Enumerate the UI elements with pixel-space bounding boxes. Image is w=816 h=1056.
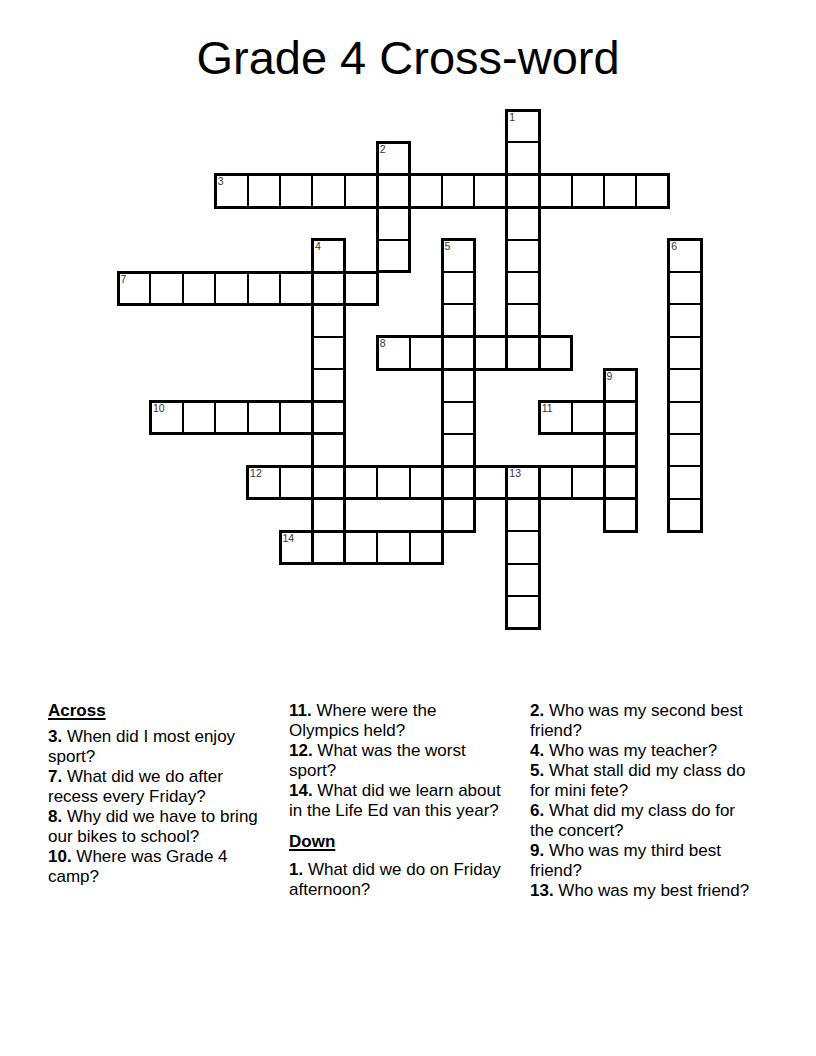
grid-cell[interactable] bbox=[280, 175, 312, 207]
grid-cell[interactable] bbox=[377, 240, 409, 272]
grid-cell[interactable] bbox=[507, 240, 539, 272]
clue-item-7: 7. What did we do after recess every Fri… bbox=[48, 767, 269, 807]
clue-number: 6. bbox=[530, 801, 544, 820]
grid-cell[interactable] bbox=[345, 466, 377, 498]
grid-cell[interactable] bbox=[215, 272, 247, 304]
grid-cell[interactable] bbox=[410, 466, 442, 498]
grid-cell[interactable] bbox=[312, 272, 344, 304]
grid-cell[interactable] bbox=[539, 466, 571, 498]
grid-cell[interactable] bbox=[636, 175, 668, 207]
clue-item-5: 5. What stall did my class do for mini f… bbox=[530, 761, 751, 801]
clue-number: 12. bbox=[289, 741, 313, 760]
clue-item-1: 1. What did we do on Friday afternoon? bbox=[289, 860, 510, 900]
grid-cell[interactable] bbox=[507, 499, 539, 531]
grid-cell[interactable] bbox=[248, 175, 280, 207]
grid-cell[interactable] bbox=[377, 175, 409, 207]
grid-cell[interactable] bbox=[312, 240, 344, 272]
grid-cell[interactable] bbox=[442, 175, 474, 207]
grid-cell[interactable] bbox=[377, 142, 409, 174]
grid-cell[interactable] bbox=[410, 175, 442, 207]
grid-cell[interactable] bbox=[345, 272, 377, 304]
clue-item-8: 8. Why did we have to bring our bikes to… bbox=[48, 807, 269, 847]
grid-cell[interactable] bbox=[442, 434, 474, 466]
clues-across-header: Across bbox=[48, 701, 269, 721]
clue-item-3: 3. When did I most enjoy sport? bbox=[48, 727, 269, 767]
grid-cell[interactable] bbox=[312, 304, 344, 336]
grid-cell[interactable] bbox=[442, 304, 474, 336]
grid-cell[interactable] bbox=[377, 466, 409, 498]
grid-cell[interactable] bbox=[442, 499, 474, 531]
grid-cell[interactable] bbox=[150, 402, 182, 434]
clue-number: 1. bbox=[289, 860, 303, 879]
grid-cell[interactable] bbox=[410, 337, 442, 369]
grid-cell[interactable] bbox=[215, 175, 247, 207]
grid-cell[interactable] bbox=[507, 272, 539, 304]
grid-cell[interactable] bbox=[507, 304, 539, 336]
grid-cell[interactable] bbox=[572, 402, 604, 434]
grid-cell[interactable] bbox=[507, 531, 539, 563]
grid-cell[interactable] bbox=[669, 337, 701, 369]
clue-number: 7. bbox=[48, 767, 62, 786]
grid-cell[interactable] bbox=[312, 531, 344, 563]
grid-cell[interactable] bbox=[669, 466, 701, 498]
grid-cell[interactable] bbox=[118, 272, 150, 304]
grid-cell[interactable] bbox=[377, 337, 409, 369]
grid-cell[interactable] bbox=[312, 499, 344, 531]
grid-cell[interactable] bbox=[312, 434, 344, 466]
grid-cell[interactable] bbox=[572, 466, 604, 498]
clue-item-10: 10. Where was Grade 4 camp? bbox=[48, 847, 269, 887]
grid-cell[interactable] bbox=[604, 466, 636, 498]
grid-cell[interactable] bbox=[248, 272, 280, 304]
grid-cell[interactable] bbox=[312, 175, 344, 207]
grid-cell[interactable] bbox=[345, 175, 377, 207]
page-title: Grade 4 Cross-word bbox=[0, 32, 816, 84]
grid-cell[interactable] bbox=[507, 337, 539, 369]
grid-cell[interactable] bbox=[669, 499, 701, 531]
grid-cell[interactable] bbox=[604, 499, 636, 531]
grid-cell[interactable] bbox=[280, 531, 312, 563]
clue-item-11: 11. Where were the Olympics held? bbox=[289, 701, 510, 741]
grid-cell[interactable] bbox=[442, 272, 474, 304]
grid-cell[interactable] bbox=[215, 402, 247, 434]
grid-cell[interactable] bbox=[474, 466, 506, 498]
grid-cell[interactable] bbox=[572, 175, 604, 207]
grid-cell[interactable] bbox=[410, 531, 442, 563]
clue-number: 10. bbox=[48, 847, 72, 866]
grid-cell[interactable] bbox=[442, 240, 474, 272]
clue-number: 14. bbox=[289, 781, 313, 800]
grid-cell[interactable] bbox=[280, 466, 312, 498]
clue-item-4: 4. Who was my teacher? bbox=[530, 741, 751, 761]
grid-cell[interactable] bbox=[507, 175, 539, 207]
grid-cell[interactable] bbox=[183, 402, 215, 434]
clue-number: 4. bbox=[530, 741, 544, 760]
grid-cell[interactable] bbox=[474, 337, 506, 369]
clue-item-6: 6. What did my class do for the concert? bbox=[530, 801, 751, 841]
grid-cell[interactable] bbox=[442, 369, 474, 401]
clue-number: 9. bbox=[530, 841, 544, 860]
grid-cell[interactable] bbox=[604, 402, 636, 434]
grid-cell[interactable] bbox=[442, 337, 474, 369]
clues-down-header: Down bbox=[289, 832, 510, 852]
clue-item-12: 12. What was the worst sport? bbox=[289, 741, 510, 781]
clue-item-13: 13. Who was my best friend? bbox=[530, 881, 751, 901]
grid-cell[interactable] bbox=[150, 272, 182, 304]
clue-item-14: 14. What did we learn about in the Life … bbox=[289, 781, 510, 821]
grid-cell[interactable] bbox=[183, 272, 215, 304]
clue-number: 2. bbox=[530, 701, 544, 720]
grid-cell[interactable] bbox=[604, 175, 636, 207]
grid-cell[interactable] bbox=[507, 564, 539, 596]
grid-cell[interactable] bbox=[507, 207, 539, 239]
grid-cell[interactable] bbox=[669, 240, 701, 272]
grid-cell[interactable] bbox=[312, 466, 344, 498]
clue-item-9: 9. Who was my third best friend? bbox=[530, 841, 751, 881]
clues-section: Across3. When did I most enjoy sport?7. … bbox=[48, 701, 768, 901]
grid-cell[interactable] bbox=[669, 304, 701, 336]
grid-cell[interactable] bbox=[507, 110, 539, 142]
grid-cell[interactable] bbox=[442, 402, 474, 434]
clue-number: 3. bbox=[48, 727, 62, 746]
clue-column: 2. Who was my second best friend?4. Who … bbox=[530, 701, 751, 901]
grid-cell[interactable] bbox=[280, 402, 312, 434]
grid-cell[interactable] bbox=[669, 434, 701, 466]
grid-cell[interactable] bbox=[507, 142, 539, 174]
grid-cell[interactable] bbox=[669, 402, 701, 434]
grid-cell[interactable] bbox=[539, 175, 571, 207]
grid-cell[interactable] bbox=[604, 369, 636, 401]
page: Grade 4 Cross-word 1234567891011121314 A… bbox=[0, 0, 816, 1056]
clue-number: 5. bbox=[530, 761, 544, 780]
grid-cell[interactable] bbox=[539, 402, 571, 434]
clue-number: 11. bbox=[289, 701, 312, 720]
grid-cell[interactable] bbox=[669, 272, 701, 304]
grid-cell[interactable] bbox=[280, 272, 312, 304]
grid-cell[interactable] bbox=[312, 402, 344, 434]
grid-cell[interactable] bbox=[669, 369, 701, 401]
clue-item-2: 2. Who was my second best friend? bbox=[530, 701, 751, 741]
grid-cell[interactable] bbox=[507, 596, 539, 628]
crossword-grid: 1234567891011121314 bbox=[118, 110, 702, 629]
grid-cell[interactable] bbox=[312, 337, 344, 369]
grid-cell[interactable] bbox=[248, 466, 280, 498]
grid-cell[interactable] bbox=[474, 175, 506, 207]
grid-cell[interactable] bbox=[604, 434, 636, 466]
grid-cell[interactable] bbox=[312, 369, 344, 401]
grid-cell[interactable] bbox=[377, 531, 409, 563]
grid-cell[interactable] bbox=[248, 402, 280, 434]
clue-column: Across3. When did I most enjoy sport?7. … bbox=[48, 701, 269, 901]
grid-cell[interactable] bbox=[507, 466, 539, 498]
grid-cell[interactable] bbox=[345, 531, 377, 563]
clue-column: 11. Where were the Olympics held?12. Wha… bbox=[289, 701, 510, 901]
grid-cell[interactable] bbox=[539, 337, 571, 369]
grid-cell[interactable] bbox=[442, 466, 474, 498]
clue-number: 8. bbox=[48, 807, 62, 826]
grid-cell[interactable] bbox=[377, 207, 409, 239]
clue-number: 13. bbox=[530, 881, 554, 900]
